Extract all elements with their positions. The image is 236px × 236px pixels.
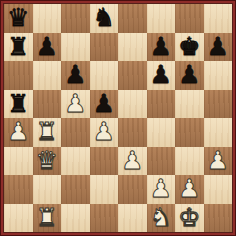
square-d3[interactable]	[90, 147, 119, 176]
square-a5[interactable]: ♜	[4, 90, 33, 119]
square-b4[interactable]: ♜	[33, 118, 62, 147]
piece-black-rook[interactable]: ♜	[4, 33, 33, 62]
square-a7[interactable]: ♜	[4, 33, 33, 62]
piece-white-king[interactable]: ♚	[175, 204, 204, 233]
square-a1[interactable]	[4, 204, 33, 233]
square-c1[interactable]	[61, 204, 90, 233]
square-c6[interactable]: ♟	[61, 61, 90, 90]
piece-black-pawn[interactable]: ♟	[61, 61, 90, 90]
piece-white-pawn[interactable]: ♟	[90, 118, 119, 147]
piece-black-pawn[interactable]: ♟	[147, 33, 176, 62]
square-d8[interactable]: ♞	[90, 4, 119, 33]
chess-board-frame: ♛♞♜♟♟♚♟♟♟♟♜♟♟♟♜♟♛♟♟♟♟♜♞♚	[0, 0, 236, 236]
square-e6[interactable]	[118, 61, 147, 90]
square-e7[interactable]	[118, 33, 147, 62]
square-f4[interactable]	[147, 118, 176, 147]
piece-white-queen[interactable]: ♛	[33, 147, 62, 176]
square-c5[interactable]: ♟	[61, 90, 90, 119]
square-e3[interactable]: ♟	[118, 147, 147, 176]
square-f1[interactable]: ♞	[147, 204, 176, 233]
square-f6[interactable]: ♟	[147, 61, 176, 90]
square-b1[interactable]: ♜	[33, 204, 62, 233]
square-g3[interactable]	[175, 147, 204, 176]
piece-white-pawn[interactable]: ♟	[118, 147, 147, 176]
piece-black-knight[interactable]: ♞	[90, 4, 119, 33]
chess-board[interactable]: ♛♞♜♟♟♚♟♟♟♟♜♟♟♟♜♟♛♟♟♟♟♜♞♚	[4, 4, 232, 232]
piece-black-pawn[interactable]: ♟	[175, 61, 204, 90]
square-e2[interactable]	[118, 175, 147, 204]
piece-black-queen[interactable]: ♛	[4, 4, 33, 33]
square-e8[interactable]	[118, 4, 147, 33]
piece-black-pawn[interactable]: ♟	[33, 33, 62, 62]
piece-black-pawn[interactable]: ♟	[90, 90, 119, 119]
square-f8[interactable]	[147, 4, 176, 33]
piece-white-pawn[interactable]: ♟	[4, 118, 33, 147]
square-a3[interactable]	[4, 147, 33, 176]
square-h6[interactable]	[204, 61, 233, 90]
square-g4[interactable]	[175, 118, 204, 147]
square-f2[interactable]: ♟	[147, 175, 176, 204]
square-h3[interactable]: ♟	[204, 147, 233, 176]
piece-white-pawn[interactable]: ♟	[204, 147, 233, 176]
square-g8[interactable]	[175, 4, 204, 33]
piece-white-pawn[interactable]: ♟	[147, 175, 176, 204]
square-g5[interactable]	[175, 90, 204, 119]
piece-white-knight[interactable]: ♞	[147, 204, 176, 233]
square-h7[interactable]: ♟	[204, 33, 233, 62]
square-f5[interactable]	[147, 90, 176, 119]
square-g1[interactable]: ♚	[175, 204, 204, 233]
square-c3[interactable]	[61, 147, 90, 176]
square-g7[interactable]: ♚	[175, 33, 204, 62]
piece-white-rook[interactable]: ♜	[33, 204, 62, 233]
square-b2[interactable]	[33, 175, 62, 204]
square-d4[interactable]: ♟	[90, 118, 119, 147]
square-f7[interactable]: ♟	[147, 33, 176, 62]
square-a8[interactable]: ♛	[4, 4, 33, 33]
square-a4[interactable]: ♟	[4, 118, 33, 147]
square-c2[interactable]	[61, 175, 90, 204]
square-f3[interactable]	[147, 147, 176, 176]
square-d1[interactable]	[90, 204, 119, 233]
square-b3[interactable]: ♛	[33, 147, 62, 176]
piece-black-pawn[interactable]: ♟	[204, 33, 233, 62]
square-a2[interactable]	[4, 175, 33, 204]
square-b5[interactable]	[33, 90, 62, 119]
square-h1[interactable]	[204, 204, 233, 233]
piece-white-rook[interactable]: ♜	[33, 118, 62, 147]
square-d7[interactable]	[90, 33, 119, 62]
square-d5[interactable]: ♟	[90, 90, 119, 119]
square-c8[interactable]	[61, 4, 90, 33]
square-b8[interactable]	[33, 4, 62, 33]
square-h8[interactable]	[204, 4, 233, 33]
piece-black-pawn[interactable]: ♟	[147, 61, 176, 90]
square-h4[interactable]	[204, 118, 233, 147]
piece-black-rook[interactable]: ♜	[4, 90, 33, 119]
square-e1[interactable]	[118, 204, 147, 233]
square-h5[interactable]	[204, 90, 233, 119]
square-g6[interactable]: ♟	[175, 61, 204, 90]
square-b6[interactable]	[33, 61, 62, 90]
square-e4[interactable]	[118, 118, 147, 147]
piece-black-king[interactable]: ♚	[175, 33, 204, 62]
square-d6[interactable]	[90, 61, 119, 90]
square-h2[interactable]	[204, 175, 233, 204]
square-a6[interactable]	[4, 61, 33, 90]
square-e5[interactable]	[118, 90, 147, 119]
square-c7[interactable]	[61, 33, 90, 62]
square-b7[interactable]: ♟	[33, 33, 62, 62]
piece-white-pawn[interactable]: ♟	[175, 175, 204, 204]
piece-white-pawn[interactable]: ♟	[61, 90, 90, 119]
square-g2[interactable]: ♟	[175, 175, 204, 204]
square-c4[interactable]	[61, 118, 90, 147]
square-d2[interactable]	[90, 175, 119, 204]
